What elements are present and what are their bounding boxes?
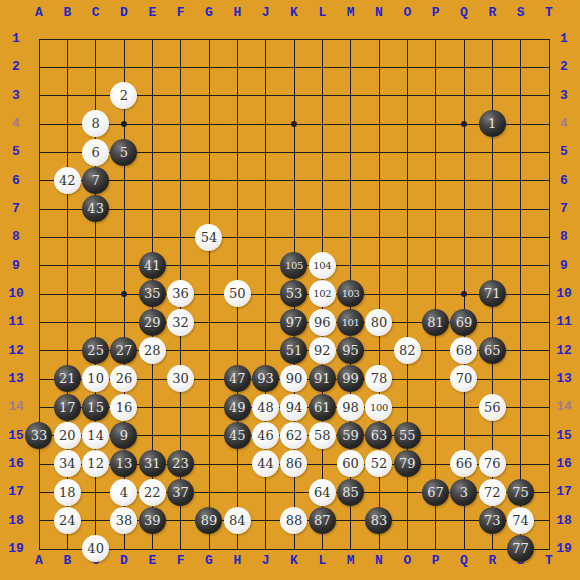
- stone-98[interactable]: 98: [337, 394, 364, 421]
- stone-79[interactable]: 79: [394, 450, 421, 477]
- stone-28[interactable]: 28: [139, 337, 166, 364]
- stone-15[interactable]: 15: [82, 394, 109, 421]
- stone-58[interactable]: 58: [309, 422, 336, 449]
- stone-3[interactable]: 3: [450, 479, 477, 506]
- stone-38[interactable]: 38: [110, 507, 137, 534]
- stone-71[interactable]: 71: [479, 280, 506, 307]
- stone-86[interactable]: 86: [280, 450, 307, 477]
- col-label-Q: Q: [454, 5, 474, 21]
- stone-75[interactable]: 75: [507, 479, 534, 506]
- stone-24[interactable]: 24: [54, 507, 81, 534]
- stone-17[interactable]: 17: [54, 394, 81, 421]
- stone-74[interactable]: 74: [507, 507, 534, 534]
- stone-26[interactable]: 26: [110, 365, 137, 392]
- stone-12[interactable]: 12: [82, 450, 109, 477]
- stone-5[interactable]: 5: [110, 139, 137, 166]
- stone-77[interactable]: 77: [507, 535, 534, 562]
- stone-52[interactable]: 52: [365, 450, 392, 477]
- stone-51[interactable]: 51: [280, 337, 307, 364]
- col-label-O: O: [397, 5, 417, 21]
- stone-64[interactable]: 64: [309, 479, 336, 506]
- stone-81[interactable]: 81: [422, 309, 449, 336]
- stone-4[interactable]: 4: [110, 479, 137, 506]
- stone-83[interactable]: 83: [365, 507, 392, 534]
- col-label-K: K: [284, 5, 304, 21]
- col-label-T: T: [539, 5, 559, 21]
- stone-16[interactable]: 16: [110, 394, 137, 421]
- col-label-M: M: [341, 5, 361, 21]
- col-label-H: H: [227, 5, 247, 21]
- stone-93[interactable]: 93: [252, 365, 279, 392]
- col-label-J: J: [256, 5, 276, 21]
- stone-36[interactable]: 36: [167, 280, 194, 307]
- stone-55[interactable]: 55: [394, 422, 421, 449]
- stone-63[interactable]: 63: [365, 422, 392, 449]
- stone-34[interactable]: 34: [54, 450, 81, 477]
- stone-90[interactable]: 90: [280, 365, 307, 392]
- stone-18[interactable]: 18: [54, 479, 81, 506]
- stone-99[interactable]: 99: [337, 365, 364, 392]
- col-label-P: P: [426, 5, 446, 21]
- stone-6[interactable]: 6: [82, 139, 109, 166]
- stone-82[interactable]: 82: [394, 337, 421, 364]
- stone-56[interactable]: 56: [479, 394, 506, 421]
- stone-102[interactable]: 102: [309, 280, 336, 307]
- col-label-N: N: [369, 5, 389, 21]
- stone-35[interactable]: 35: [139, 280, 166, 307]
- stone-9[interactable]: 9: [110, 422, 137, 449]
- stone-60[interactable]: 60: [337, 450, 364, 477]
- stone-68[interactable]: 68: [450, 337, 477, 364]
- stone-73[interactable]: 73: [479, 507, 506, 534]
- stone-41[interactable]: 41: [139, 252, 166, 279]
- stone-67[interactable]: 67: [422, 479, 449, 506]
- col-label-G: G: [199, 5, 219, 21]
- stone-46[interactable]: 46: [252, 422, 279, 449]
- stone-2[interactable]: 2: [110, 82, 137, 109]
- stone-96[interactable]: 96: [309, 309, 336, 336]
- stone-105[interactable]: 105: [280, 252, 307, 279]
- stone-40[interactable]: 40: [82, 535, 109, 562]
- stone-100[interactable]: 100: [365, 394, 392, 421]
- stone-25[interactable]: 25: [82, 337, 109, 364]
- stone-47[interactable]: 47: [224, 365, 251, 392]
- stone-91[interactable]: 91: [309, 365, 336, 392]
- stones-grid[interactable]: 1234567891012131415161718202122232425262…: [25, 25, 563, 563]
- stone-97[interactable]: 97: [280, 309, 307, 336]
- col-label-D: D: [114, 5, 134, 21]
- stone-66[interactable]: 66: [450, 450, 477, 477]
- stone-62[interactable]: 62: [280, 422, 307, 449]
- stone-70[interactable]: 70: [450, 365, 477, 392]
- stone-7[interactable]: 7: [82, 167, 109, 194]
- stone-21[interactable]: 21: [54, 365, 81, 392]
- stone-27[interactable]: 27: [110, 337, 137, 364]
- stone-80[interactable]: 80: [365, 309, 392, 336]
- col-label-A: A: [29, 5, 49, 21]
- stone-8[interactable]: 8: [82, 110, 109, 137]
- go-board: ABCDEFGHJKLMNOPQRST ABCDEFGHJKLMNOPQRST …: [0, 0, 580, 580]
- col-label-R: R: [482, 5, 502, 21]
- stone-65[interactable]: 65: [479, 337, 506, 364]
- stone-32[interactable]: 32: [167, 309, 194, 336]
- stone-54[interactable]: 54: [195, 224, 222, 251]
- stone-88[interactable]: 88: [280, 507, 307, 534]
- stone-48[interactable]: 48: [252, 394, 279, 421]
- stone-84[interactable]: 84: [224, 507, 251, 534]
- col-label-F: F: [171, 5, 191, 21]
- stone-22[interactable]: 22: [139, 479, 166, 506]
- stone-89[interactable]: 89: [195, 507, 222, 534]
- stone-92[interactable]: 92: [309, 337, 336, 364]
- stone-85[interactable]: 85: [337, 479, 364, 506]
- stone-37[interactable]: 37: [167, 479, 194, 506]
- stone-59[interactable]: 59: [337, 422, 364, 449]
- stone-44[interactable]: 44: [252, 450, 279, 477]
- stone-94[interactable]: 94: [280, 394, 307, 421]
- stone-49[interactable]: 49: [224, 394, 251, 421]
- stone-33[interactable]: 33: [25, 422, 52, 449]
- stone-104[interactable]: 104: [309, 252, 336, 279]
- stone-61[interactable]: 61: [309, 394, 336, 421]
- stone-20[interactable]: 20: [54, 422, 81, 449]
- stone-50[interactable]: 50: [224, 280, 251, 307]
- col-label-B: B: [57, 5, 77, 21]
- stone-87[interactable]: 87: [309, 507, 336, 534]
- stone-43[interactable]: 43: [82, 195, 109, 222]
- stone-14[interactable]: 14: [82, 422, 109, 449]
- stone-39[interactable]: 39: [139, 507, 166, 534]
- col-label-L: L: [312, 5, 332, 21]
- stone-45[interactable]: 45: [224, 422, 251, 449]
- stone-31[interactable]: 31: [139, 450, 166, 477]
- col-label-C: C: [86, 5, 106, 21]
- stone-10[interactable]: 10: [82, 365, 109, 392]
- col-label-S: S: [511, 5, 531, 21]
- stone-13[interactable]: 13: [110, 450, 137, 477]
- stone-72[interactable]: 72: [479, 479, 506, 506]
- stone-69[interactable]: 69: [450, 309, 477, 336]
- stone-76[interactable]: 76: [479, 450, 506, 477]
- col-label-E: E: [142, 5, 162, 21]
- stone-30[interactable]: 30: [167, 365, 194, 392]
- stone-53[interactable]: 53: [280, 280, 307, 307]
- stone-23[interactable]: 23: [167, 450, 194, 477]
- stone-1[interactable]: 1: [479, 110, 506, 137]
- stone-29[interactable]: 29: [139, 309, 166, 336]
- stone-78[interactable]: 78: [365, 365, 392, 392]
- stone-103[interactable]: 103: [337, 280, 364, 307]
- stone-101[interactable]: 101: [337, 309, 364, 336]
- stone-42[interactable]: 42: [54, 167, 81, 194]
- stone-95[interactable]: 95: [337, 337, 364, 364]
